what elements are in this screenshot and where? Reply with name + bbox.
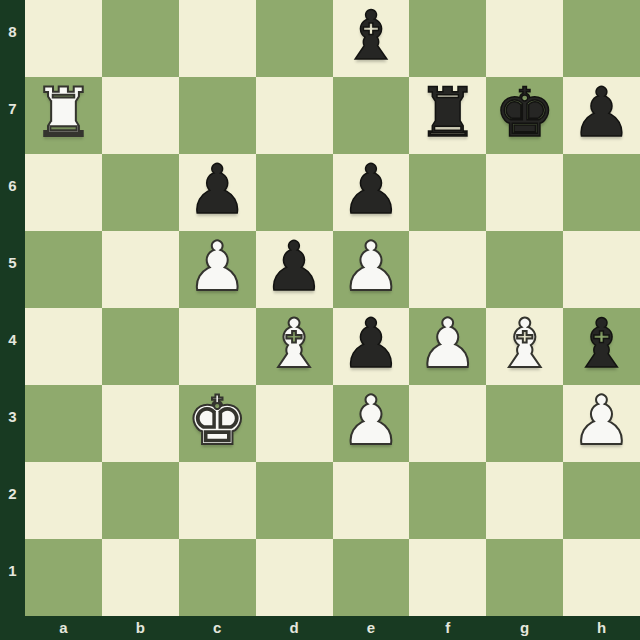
square-c8[interactable] [179, 0, 256, 77]
black-pawn-e6[interactable]: ♟ [340, 156, 401, 224]
square-g1[interactable] [486, 539, 563, 616]
chessboard-frame: 87654321 ♝♜♜♚♟♟♟♟♟♟♝♟♟♝♝♚♟♟ abcdefgh [0, 0, 640, 640]
rank-label-6: 6 [0, 147, 25, 224]
square-g2[interactable] [486, 462, 563, 539]
square-e7[interactable] [333, 77, 410, 154]
square-d1[interactable] [256, 539, 333, 616]
rank-label-1: 1 [0, 532, 25, 609]
white-pawn-e3[interactable]: ♟ [340, 387, 401, 455]
square-b5[interactable] [102, 231, 179, 308]
square-h8[interactable] [563, 0, 640, 77]
square-e8[interactable]: ♝ [333, 0, 410, 77]
square-e1[interactable] [333, 539, 410, 616]
square-e4[interactable]: ♟ [333, 308, 410, 385]
rank-label-4: 4 [0, 301, 25, 378]
white-bishop-g4[interactable]: ♝ [494, 310, 555, 378]
square-d5[interactable]: ♟ [256, 231, 333, 308]
rank-label-7: 7 [0, 70, 25, 147]
square-d3[interactable] [256, 385, 333, 462]
white-pawn-e5[interactable]: ♟ [340, 233, 401, 301]
square-g5[interactable] [486, 231, 563, 308]
black-rook-f7[interactable]: ♜ [417, 79, 478, 147]
square-h7[interactable]: ♟ [563, 77, 640, 154]
square-a4[interactable] [25, 308, 102, 385]
square-e3[interactable]: ♟ [333, 385, 410, 462]
square-d4[interactable]: ♝ [256, 308, 333, 385]
black-pawn-d5[interactable]: ♟ [264, 233, 325, 301]
square-a2[interactable] [25, 462, 102, 539]
square-e6[interactable]: ♟ [333, 154, 410, 231]
rank-label-2: 2 [0, 455, 25, 532]
square-a6[interactable] [25, 154, 102, 231]
square-b4[interactable] [102, 308, 179, 385]
square-d8[interactable] [256, 0, 333, 77]
square-c1[interactable] [179, 539, 256, 616]
square-d6[interactable] [256, 154, 333, 231]
square-g7[interactable]: ♚ [486, 77, 563, 154]
black-bishop-h4[interactable]: ♝ [571, 310, 632, 378]
square-h3[interactable]: ♟ [563, 385, 640, 462]
black-pawn-c6[interactable]: ♟ [187, 156, 248, 224]
white-bishop-d4[interactable]: ♝ [264, 310, 325, 378]
file-label-f: f [409, 616, 486, 640]
square-g8[interactable] [486, 0, 563, 77]
rank-label-8: 8 [0, 0, 25, 70]
rank-label-3: 3 [0, 378, 25, 455]
square-c6[interactable]: ♟ [179, 154, 256, 231]
file-label-e: e [333, 616, 410, 640]
square-b2[interactable] [102, 462, 179, 539]
square-f8[interactable] [409, 0, 486, 77]
square-c3[interactable]: ♚ [179, 385, 256, 462]
square-c7[interactable] [179, 77, 256, 154]
chess-board[interactable]: ♝♜♜♚♟♟♟♟♟♟♝♟♟♝♝♚♟♟ [25, 0, 640, 616]
square-c2[interactable] [179, 462, 256, 539]
square-e5[interactable]: ♟ [333, 231, 410, 308]
square-f7[interactable]: ♜ [409, 77, 486, 154]
white-pawn-h3[interactable]: ♟ [571, 387, 632, 455]
square-g6[interactable] [486, 154, 563, 231]
square-f3[interactable] [409, 385, 486, 462]
square-f4[interactable]: ♟ [409, 308, 486, 385]
square-a3[interactable] [25, 385, 102, 462]
file-label-a: a [25, 616, 102, 640]
square-f2[interactable] [409, 462, 486, 539]
rank-label-5: 5 [0, 224, 25, 301]
square-a5[interactable] [25, 231, 102, 308]
square-a7[interactable]: ♜ [25, 77, 102, 154]
square-h4[interactable]: ♝ [563, 308, 640, 385]
file-labels: abcdefgh [25, 616, 640, 640]
black-pawn-e4[interactable]: ♟ [340, 310, 401, 378]
square-b6[interactable] [102, 154, 179, 231]
square-f6[interactable] [409, 154, 486, 231]
square-g3[interactable] [486, 385, 563, 462]
square-h1[interactable] [563, 539, 640, 616]
file-label-c: c [179, 616, 256, 640]
square-f5[interactable] [409, 231, 486, 308]
file-label-d: d [256, 616, 333, 640]
black-bishop-e8[interactable]: ♝ [340, 2, 401, 70]
file-label-g: g [486, 616, 563, 640]
black-pawn-h7[interactable]: ♟ [571, 79, 632, 147]
white-rook-a7[interactable]: ♜ [33, 79, 94, 147]
black-king-g7[interactable]: ♚ [494, 79, 555, 147]
square-g4[interactable]: ♝ [486, 308, 563, 385]
square-b8[interactable] [102, 0, 179, 77]
square-h6[interactable] [563, 154, 640, 231]
file-label-b: b [102, 616, 179, 640]
white-pawn-f4[interactable]: ♟ [417, 310, 478, 378]
square-c4[interactable] [179, 308, 256, 385]
square-a1[interactable] [25, 539, 102, 616]
square-e2[interactable] [333, 462, 410, 539]
square-c5[interactable]: ♟ [179, 231, 256, 308]
square-h2[interactable] [563, 462, 640, 539]
square-f1[interactable] [409, 539, 486, 616]
square-a8[interactable] [25, 0, 102, 77]
square-b1[interactable] [102, 539, 179, 616]
rank-labels: 87654321 [0, 0, 25, 616]
square-h5[interactable] [563, 231, 640, 308]
square-d2[interactable] [256, 462, 333, 539]
white-pawn-c5[interactable]: ♟ [187, 233, 248, 301]
white-king-c3[interactable]: ♚ [187, 387, 248, 455]
square-d7[interactable] [256, 77, 333, 154]
square-b7[interactable] [102, 77, 179, 154]
file-label-h: h [563, 616, 640, 640]
square-b3[interactable] [102, 385, 179, 462]
